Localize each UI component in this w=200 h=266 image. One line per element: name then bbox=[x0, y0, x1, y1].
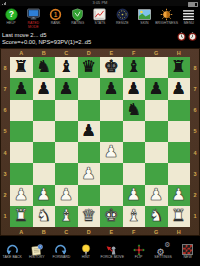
file-label-c: C bbox=[55, 48, 78, 57]
rank-label-2: 2 bbox=[0, 185, 10, 206]
stats-label: STATS bbox=[95, 21, 106, 25]
black-clock-icon bbox=[188, 32, 197, 41]
piece-white-pawn: ♟ bbox=[104, 144, 119, 161]
piece-black-rook: ♜ bbox=[171, 59, 186, 76]
square-a6[interactable] bbox=[10, 100, 33, 121]
square-b5[interactable] bbox=[33, 121, 56, 142]
piece-black-pawn: ♟ bbox=[81, 123, 96, 140]
square-f7[interactable]: ♟ bbox=[123, 78, 146, 99]
svg-text:1: 1 bbox=[54, 10, 58, 17]
square-b8[interactable]: ♞ bbox=[33, 57, 56, 78]
shield-icon bbox=[71, 7, 84, 21]
square-f6[interactable]: ♞ bbox=[123, 100, 146, 121]
help-label: HELP bbox=[7, 21, 16, 25]
square-b7[interactable]: ♟ bbox=[33, 78, 56, 99]
square-d6[interactable] bbox=[78, 100, 101, 121]
square-a2[interactable]: ♟ bbox=[10, 185, 33, 206]
file-label-h: H bbox=[168, 48, 191, 57]
file-label-f: F bbox=[123, 48, 146, 57]
rank-label-2: 2 bbox=[190, 185, 200, 206]
square-c7[interactable]: ♟ bbox=[55, 78, 78, 99]
square-d2[interactable] bbox=[78, 185, 101, 206]
menu-label: MENU bbox=[184, 21, 194, 25]
hint-label: HINT bbox=[82, 256, 90, 260]
piece-black-pawn: ♟ bbox=[14, 81, 29, 98]
square-g3[interactable] bbox=[145, 163, 168, 184]
square-h1[interactable]: ♜ bbox=[168, 206, 191, 227]
force-move-button[interactable]: FORCE MOVE bbox=[100, 243, 124, 260]
battery-icon bbox=[188, 2, 198, 7]
piece-white-bishop: ♝ bbox=[59, 208, 74, 225]
resize-button[interactable]: RESIZE bbox=[112, 7, 133, 25]
engine-score-text: Score=+0.00, NPS=93PV(1)=2..d5 bbox=[2, 39, 200, 46]
piece-black-pawn: ♟ bbox=[59, 81, 74, 98]
square-f5[interactable] bbox=[123, 121, 146, 142]
chess-board[interactable]: ABCDEFGH8♜♞♝♛♚♝♜87♟♟♟♟♟♟♟76♞65♟54♟43♟32♟… bbox=[0, 48, 200, 236]
piece-white-pawn: ♟ bbox=[171, 187, 186, 204]
board-corner bbox=[0, 48, 10, 57]
square-e3[interactable] bbox=[100, 163, 123, 184]
square-e5[interactable] bbox=[100, 121, 123, 142]
rank-button[interactable]: 1 RANK bbox=[45, 7, 66, 25]
piece-black-king: ♚ bbox=[104, 59, 119, 76]
flip-label: FLIP bbox=[135, 256, 142, 260]
piece-white-rook: ♜ bbox=[171, 208, 186, 225]
hint-button[interactable]: HINT bbox=[76, 243, 96, 260]
rank-label-8: 8 bbox=[190, 57, 200, 78]
rank-label-5: 5 bbox=[0, 121, 10, 142]
rated-mode-button[interactable]: RATED MODE bbox=[23, 7, 44, 29]
piece-black-pawn: ♟ bbox=[126, 81, 141, 98]
square-h3[interactable] bbox=[168, 163, 191, 184]
rank-label-5: 5 bbox=[190, 121, 200, 142]
history-label: HISTORY bbox=[29, 256, 44, 260]
piece-black-bishop: ♝ bbox=[59, 59, 74, 76]
status-bar: 3:05 PM bbox=[0, 0, 200, 6]
new-game-button[interactable]: NEW bbox=[178, 243, 198, 260]
file-label-e: E bbox=[100, 48, 123, 57]
chess-clocks bbox=[177, 32, 197, 41]
skin-button[interactable]: SKIN bbox=[134, 7, 155, 25]
forward-label: FORWARD bbox=[52, 256, 70, 260]
rating-button[interactable]: RATING bbox=[67, 7, 88, 25]
square-d1[interactable]: ♛ bbox=[78, 206, 101, 227]
rank-label-3: 3 bbox=[190, 163, 200, 184]
piece-white-pawn: ♟ bbox=[36, 187, 51, 204]
square-f2[interactable]: ♟ bbox=[123, 185, 146, 206]
picture-icon bbox=[138, 7, 151, 21]
last-move-text: Last move 2... d5 bbox=[2, 32, 200, 39]
top-toolbar: ? HELP RATED MODE 1 RANK RATING STATS RE… bbox=[0, 6, 200, 31]
rank-label-6: 6 bbox=[190, 100, 200, 121]
bottom-toolbar: TAKE BACK HISTORY FORWARD HINT FORCE MOV… bbox=[0, 243, 200, 266]
square-a8[interactable]: ♜ bbox=[10, 57, 33, 78]
square-c2[interactable]: ♟ bbox=[55, 185, 78, 206]
rank-label-1: 1 bbox=[0, 206, 10, 227]
rated-mode-label: RATED MODE bbox=[23, 21, 44, 29]
piece-black-knight: ♞ bbox=[36, 59, 51, 76]
square-g6[interactable] bbox=[145, 100, 168, 121]
piece-white-queen: ♛ bbox=[81, 208, 96, 225]
piece-white-pawn: ♟ bbox=[126, 187, 141, 204]
square-a1[interactable]: ♜ bbox=[10, 206, 33, 227]
square-e4[interactable]: ♟ bbox=[100, 142, 123, 163]
take-back-button[interactable]: TAKE BACK bbox=[2, 243, 22, 260]
history-button[interactable]: HISTORY bbox=[27, 243, 47, 260]
square-e1[interactable]: ♚ bbox=[100, 206, 123, 227]
piece-black-bishop: ♝ bbox=[126, 59, 141, 76]
rank-label-7: 7 bbox=[0, 78, 10, 99]
file-label-b: B bbox=[33, 48, 56, 57]
piece-white-pawn: ♟ bbox=[149, 187, 164, 204]
hamburger-menu-icon bbox=[182, 7, 195, 21]
rank-label-7: 7 bbox=[190, 78, 200, 99]
rank-label-4: 4 bbox=[190, 142, 200, 163]
square-h5[interactable] bbox=[168, 121, 191, 142]
square-f4[interactable] bbox=[123, 142, 146, 163]
square-d4[interactable] bbox=[78, 142, 101, 163]
piece-white-knight: ♞ bbox=[36, 208, 51, 225]
square-b4[interactable] bbox=[33, 142, 56, 163]
rating-label: RATING bbox=[71, 21, 84, 25]
square-h2[interactable]: ♟ bbox=[168, 185, 191, 206]
file-label-c: C bbox=[55, 227, 78, 236]
piece-black-pawn: ♟ bbox=[104, 81, 119, 98]
square-d7[interactable] bbox=[78, 78, 101, 99]
brightness-label: BRIGHTNESS bbox=[155, 21, 178, 25]
file-label-e: E bbox=[100, 227, 123, 236]
flip-button[interactable]: FLIP bbox=[129, 243, 149, 260]
brightness-button[interactable]: BRIGHTNESS bbox=[156, 7, 177, 25]
redo-arrow-icon bbox=[55, 243, 67, 256]
stats-button[interactable]: STATS bbox=[89, 7, 110, 25]
piece-black-queen: ♛ bbox=[81, 59, 96, 76]
rank-label-3: 3 bbox=[0, 163, 10, 184]
square-g2[interactable]: ♟ bbox=[145, 185, 168, 206]
force-move-label: FORCE MOVE bbox=[100, 256, 124, 260]
square-b6[interactable] bbox=[33, 100, 56, 121]
help-icon: ? bbox=[5, 7, 18, 21]
piece-black-pawn: ♟ bbox=[149, 81, 164, 98]
resize-label: RESIZE bbox=[116, 21, 129, 25]
square-h7[interactable]: ♟ bbox=[168, 78, 191, 99]
file-label-a: A bbox=[10, 48, 33, 57]
square-c4[interactable] bbox=[55, 142, 78, 163]
rank-label-6: 6 bbox=[0, 100, 10, 121]
piece-black-pawn: ♟ bbox=[171, 81, 186, 98]
rank-label-1: 1 bbox=[190, 206, 200, 227]
svg-text:?: ? bbox=[8, 9, 13, 19]
square-e7[interactable]: ♟ bbox=[100, 78, 123, 99]
square-a3[interactable] bbox=[10, 163, 33, 184]
square-c6[interactable] bbox=[55, 100, 78, 121]
file-label-b: B bbox=[33, 227, 56, 236]
clock-time: 3:05 PM bbox=[93, 0, 108, 6]
file-label-g: G bbox=[145, 227, 168, 236]
square-c3[interactable] bbox=[55, 163, 78, 184]
square-a5[interactable] bbox=[10, 121, 33, 142]
piece-white-bishop: ♝ bbox=[126, 208, 141, 225]
file-label-g: G bbox=[145, 48, 168, 57]
take-back-label: TAKE BACK bbox=[3, 256, 22, 260]
rank-medal-icon: 1 bbox=[49, 7, 62, 21]
square-e8[interactable]: ♚ bbox=[100, 57, 123, 78]
piece-white-pawn: ♟ bbox=[14, 187, 29, 204]
stats-chart-icon bbox=[93, 7, 106, 21]
file-label-h: H bbox=[168, 227, 191, 236]
piece-white-pawn: ♟ bbox=[81, 166, 96, 183]
piece-white-rook: ♜ bbox=[14, 208, 29, 225]
square-g5[interactable] bbox=[145, 121, 168, 142]
square-a7[interactable]: ♟ bbox=[10, 78, 33, 99]
rank-label-8: 8 bbox=[0, 57, 10, 78]
help-button[interactable]: ? HELP bbox=[1, 7, 22, 25]
monitor-icon bbox=[27, 7, 40, 21]
square-h6[interactable] bbox=[168, 100, 191, 121]
square-c1[interactable]: ♝ bbox=[55, 206, 78, 227]
square-b3[interactable] bbox=[33, 163, 56, 184]
board-corner bbox=[0, 227, 10, 236]
file-label-d: D bbox=[78, 48, 101, 57]
white-clock-icon bbox=[177, 32, 186, 41]
piece-white-knight: ♞ bbox=[149, 208, 164, 225]
file-label-a: A bbox=[10, 227, 33, 236]
piece-black-pawn: ♟ bbox=[36, 81, 51, 98]
skin-label: SKIN bbox=[140, 21, 148, 25]
piece-black-knight: ♞ bbox=[126, 102, 141, 119]
square-e2[interactable] bbox=[100, 185, 123, 206]
square-g7[interactable]: ♟ bbox=[145, 78, 168, 99]
signal-icon bbox=[2, 2, 6, 5]
board-corner bbox=[190, 48, 200, 57]
board-corner bbox=[190, 227, 200, 236]
square-d3[interactable]: ♟ bbox=[78, 163, 101, 184]
settings-button[interactable]: ⚙⚙ SETTINGS bbox=[153, 243, 173, 260]
square-f8[interactable]: ♝ bbox=[123, 57, 146, 78]
resize-icon bbox=[116, 7, 129, 21]
engine-info-panel: Last move 2... d5 Score=+0.00, NPS=93PV(… bbox=[0, 31, 200, 48]
square-c8[interactable]: ♝ bbox=[55, 57, 78, 78]
square-b2[interactable]: ♟ bbox=[33, 185, 56, 206]
menu-button[interactable]: MENU bbox=[178, 7, 199, 25]
file-label-f: F bbox=[123, 227, 146, 236]
square-g8[interactable] bbox=[145, 57, 168, 78]
square-c5[interactable] bbox=[55, 121, 78, 142]
piece-white-king: ♚ bbox=[104, 208, 119, 225]
rank-label-4: 4 bbox=[0, 142, 10, 163]
forward-button[interactable]: FORWARD bbox=[51, 243, 71, 260]
square-e6[interactable] bbox=[100, 100, 123, 121]
gears-icon: ⚙⚙ bbox=[157, 243, 170, 256]
file-label-d: D bbox=[78, 227, 101, 236]
brightness-sun-icon bbox=[160, 7, 173, 21]
square-a4[interactable] bbox=[10, 142, 33, 163]
piece-black-rook: ♜ bbox=[14, 59, 29, 76]
square-d8[interactable]: ♛ bbox=[78, 57, 101, 78]
square-f1[interactable]: ♝ bbox=[123, 206, 146, 227]
piece-white-pawn: ♟ bbox=[59, 187, 74, 204]
square-d5[interactable]: ♟ bbox=[78, 121, 101, 142]
square-h8[interactable]: ♜ bbox=[168, 57, 191, 78]
square-g4[interactable] bbox=[145, 142, 168, 163]
new-game-label: NEW bbox=[184, 256, 192, 260]
square-h4[interactable] bbox=[168, 142, 191, 163]
rank-label: RANK bbox=[51, 21, 61, 25]
square-b1[interactable]: ♞ bbox=[33, 206, 56, 227]
square-g1[interactable]: ♞ bbox=[145, 206, 168, 227]
square-f3[interactable] bbox=[123, 163, 146, 184]
